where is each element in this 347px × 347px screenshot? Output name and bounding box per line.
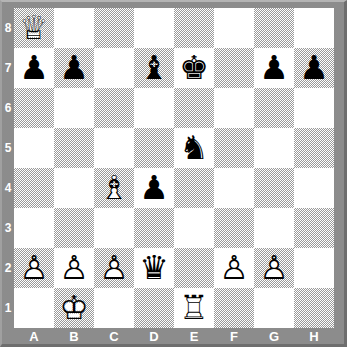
square-f2[interactable]: ♟♙: [214, 248, 254, 288]
file-label-g: G: [254, 329, 294, 344]
square-f6[interactable]: [214, 88, 254, 128]
square-e3[interactable]: [174, 208, 214, 248]
square-g1[interactable]: [254, 288, 294, 328]
square-h5[interactable]: [294, 128, 334, 168]
square-h7[interactable]: ♟: [294, 48, 334, 88]
file-label-c: C: [94, 329, 134, 344]
square-d7[interactable]: ♝: [134, 48, 174, 88]
chess-board: ♛♕♟♟♝♚♟♟♞♝♗♟♟♙♟♙♟♙♛♟♙♟♙♚♔♜♖: [14, 8, 334, 328]
rank-label-2: 2: [2, 248, 14, 288]
file-label-a: A: [14, 329, 54, 344]
piece-black-queen[interactable]: ♛: [134, 248, 174, 288]
square-g2[interactable]: ♟♙: [254, 248, 294, 288]
file-label-b: B: [54, 329, 94, 344]
square-a5[interactable]: [14, 128, 54, 168]
square-b2[interactable]: ♟♙: [54, 248, 94, 288]
square-c2[interactable]: ♟♙: [94, 248, 134, 288]
square-h2[interactable]: [294, 248, 334, 288]
square-d2[interactable]: ♛: [134, 248, 174, 288]
piece-outline: ♔: [54, 288, 94, 328]
square-g6[interactable]: [254, 88, 294, 128]
square-a1[interactable]: [14, 288, 54, 328]
piece-white-pawn[interactable]: ♟♙: [54, 248, 94, 288]
rank-label-5: 5: [2, 128, 14, 168]
square-c8[interactable]: [94, 8, 134, 48]
file-label-e: E: [174, 329, 214, 344]
piece-black-pawn[interactable]: ♟: [14, 48, 54, 88]
square-b1[interactable]: ♚♔: [54, 288, 94, 328]
piece-white-bishop[interactable]: ♝♗: [94, 168, 134, 208]
rank-label-4: 4: [2, 168, 14, 208]
square-g7[interactable]: ♟: [254, 48, 294, 88]
piece-outline: ♗: [94, 168, 134, 208]
rank-label-3: 3: [2, 208, 14, 248]
square-f3[interactable]: [214, 208, 254, 248]
square-a3[interactable]: [14, 208, 54, 248]
square-g8[interactable]: [254, 8, 294, 48]
square-a2[interactable]: ♟♙: [14, 248, 54, 288]
square-f4[interactable]: [214, 168, 254, 208]
square-h6[interactable]: [294, 88, 334, 128]
square-b4[interactable]: [54, 168, 94, 208]
square-h3[interactable]: [294, 208, 334, 248]
square-h1[interactable]: [294, 288, 334, 328]
square-e1[interactable]: ♜♖: [174, 288, 214, 328]
square-e6[interactable]: [174, 88, 214, 128]
file-label-h: H: [294, 329, 334, 344]
square-g3[interactable]: [254, 208, 294, 248]
file-label-d: D: [134, 329, 174, 344]
square-a8[interactable]: ♛♕: [14, 8, 54, 48]
rank-label-7: 7: [2, 48, 14, 88]
square-e5[interactable]: ♞: [174, 128, 214, 168]
square-c4[interactable]: ♝♗: [94, 168, 134, 208]
piece-white-pawn[interactable]: ♟♙: [14, 248, 54, 288]
square-h4[interactable]: [294, 168, 334, 208]
square-e7[interactable]: ♚: [174, 48, 214, 88]
square-f8[interactable]: [214, 8, 254, 48]
square-d1[interactable]: [134, 288, 174, 328]
square-f5[interactable]: [214, 128, 254, 168]
square-d5[interactable]: [134, 128, 174, 168]
file-label-f: F: [214, 329, 254, 344]
piece-outline: ♖: [174, 288, 214, 328]
piece-white-queen[interactable]: ♛♕: [14, 8, 54, 48]
square-f7[interactable]: [214, 48, 254, 88]
rank-label-8: 8: [2, 8, 14, 48]
piece-white-pawn[interactable]: ♟♙: [94, 248, 134, 288]
square-c1[interactable]: [94, 288, 134, 328]
square-e4[interactable]: [174, 168, 214, 208]
square-d4[interactable]: ♟: [134, 168, 174, 208]
square-e2[interactable]: [174, 248, 214, 288]
square-g5[interactable]: [254, 128, 294, 168]
piece-black-pawn[interactable]: ♟: [54, 48, 94, 88]
piece-black-pawn[interactable]: ♟: [254, 48, 294, 88]
square-c6[interactable]: [94, 88, 134, 128]
piece-outline: ♙: [54, 248, 94, 288]
square-b7[interactable]: ♟: [54, 48, 94, 88]
piece-outline: ♙: [214, 248, 254, 288]
square-e8[interactable]: [174, 8, 214, 48]
piece-outline: ♕: [14, 8, 54, 48]
piece-black-pawn[interactable]: ♟: [294, 48, 334, 88]
piece-white-king[interactable]: ♚♔: [54, 288, 94, 328]
file-label-row: ABCDEFGH: [14, 329, 334, 344]
piece-white-rook[interactable]: ♜♖: [174, 288, 214, 328]
rank-label-column: 87654321: [2, 8, 14, 328]
square-b8[interactable]: [54, 8, 94, 48]
piece-outline: ♙: [254, 248, 294, 288]
square-f1[interactable]: [214, 288, 254, 328]
square-a7[interactable]: ♟: [14, 48, 54, 88]
piece-black-king[interactable]: ♚: [174, 48, 214, 88]
piece-outline: ♙: [94, 248, 134, 288]
square-b6[interactable]: [54, 88, 94, 128]
piece-outline: ♙: [14, 248, 54, 288]
rank-label-6: 6: [2, 88, 14, 128]
piece-white-pawn[interactable]: ♟♙: [254, 248, 294, 288]
square-d6[interactable]: [134, 88, 174, 128]
square-a4[interactable]: [14, 168, 54, 208]
square-b5[interactable]: [54, 128, 94, 168]
square-a6[interactable]: [14, 88, 54, 128]
square-d8[interactable]: [134, 8, 174, 48]
square-c7[interactable]: [94, 48, 134, 88]
rank-label-1: 1: [2, 288, 14, 328]
square-c3[interactable]: [94, 208, 134, 248]
square-d3[interactable]: [134, 208, 174, 248]
piece-black-knight[interactable]: ♞: [174, 128, 214, 168]
square-g4[interactable]: [254, 168, 294, 208]
piece-black-bishop[interactable]: ♝: [134, 48, 174, 88]
square-h8[interactable]: [294, 8, 334, 48]
piece-black-pawn[interactable]: ♟: [134, 168, 174, 208]
chess-diagram-frame: ♛♕♟♟♝♚♟♟♞♝♗♟♟♙♟♙♟♙♛♟♙♟♙♚♔♜♖ 87654321 ABC…: [0, 0, 347, 347]
square-b3[interactable]: [54, 208, 94, 248]
piece-white-pawn[interactable]: ♟♙: [214, 248, 254, 288]
square-c5[interactable]: [94, 128, 134, 168]
